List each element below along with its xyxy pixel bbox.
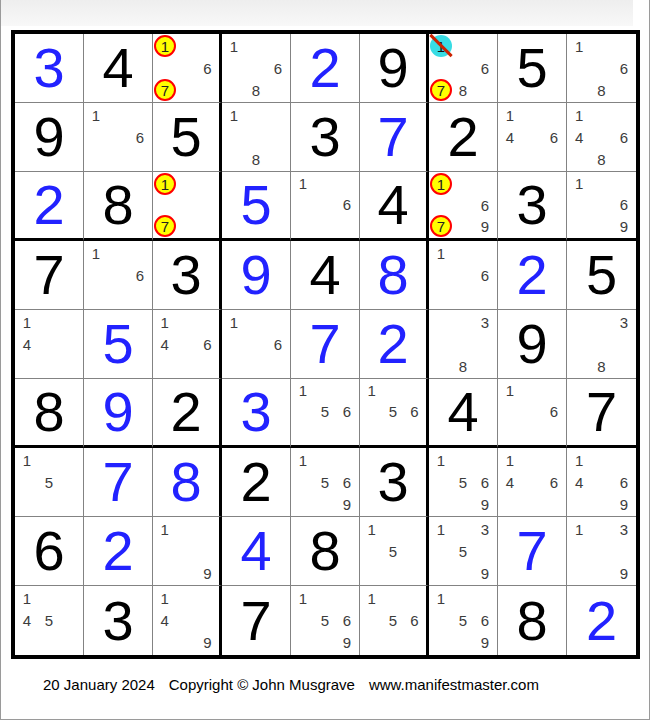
cell-r1c3[interactable]: 167 (153, 34, 222, 103)
candidate-9: 9 (336, 493, 358, 515)
cell-r2c9[interactable]: 1468 (567, 103, 636, 172)
pencil-marks: 169 (568, 173, 635, 237)
candidate-6: 6 (474, 264, 496, 286)
candidate-8: 8 (590, 148, 612, 170)
pencil-marks: 16 (85, 242, 151, 308)
cell-r3c6[interactable]: 4 (360, 172, 429, 241)
candidate-5: 5 (452, 471, 474, 493)
pencil-marks: 156 (292, 380, 358, 444)
pencil-marks: 168 (568, 35, 635, 101)
candidate-1: 1 (16, 311, 38, 333)
cell-r4c6[interactable]: 8 (360, 241, 429, 310)
candidate-1: 1 (16, 587, 38, 609)
given-digit: 4 (84, 34, 152, 102)
candidate-6: 6 (613, 126, 635, 148)
given-digit: 9 (15, 103, 83, 171)
candidate-1: 1 (154, 587, 175, 609)
candidate-6: 6 (336, 609, 358, 631)
cell-r4c7[interactable]: 16 (429, 241, 498, 310)
candidate-1: 1 (361, 380, 382, 401)
candidate-4: 4 (499, 471, 521, 493)
footer-date: 20 January 2024 (43, 676, 155, 693)
given-digit: 7 (222, 586, 290, 655)
pencil-marks: 1679 (430, 173, 496, 237)
cell-r3c7[interactable]: 1679 (429, 172, 498, 241)
cell-r5c5[interactable]: 7 (291, 310, 360, 379)
candidate-7-circled: 7 (430, 79, 452, 101)
cell-r3c8[interactable]: 3 (498, 172, 567, 241)
solved-digit: 2 (498, 241, 566, 309)
cell-r6c9[interactable]: 7 (567, 379, 636, 448)
candidate-5: 5 (382, 609, 403, 631)
solved-digit: 9 (222, 241, 290, 309)
pencil-marks: 168 (223, 35, 289, 101)
candidate-1: 1 (85, 242, 107, 264)
candidate-6: 6 (336, 194, 358, 215)
candidate-1-circled: 1 (154, 35, 176, 57)
sudoku-board: 3416716829167851689165183721461468281751… (11, 30, 640, 659)
given-digit: 5 (567, 241, 636, 309)
solved-digit: 2 (567, 586, 636, 655)
given-digit: 7 (567, 379, 636, 445)
cell-r4c1[interactable]: 7 (15, 241, 84, 310)
cell-r4c2[interactable]: 16 (84, 241, 153, 310)
candidate-1-circled: 1 (154, 173, 176, 195)
solved-digit: 7 (291, 310, 359, 378)
candidate-6: 6 (129, 126, 151, 148)
cell-r8c5[interactable]: 8 (291, 517, 360, 586)
given-digit: 9 (360, 34, 426, 102)
cell-r9c8[interactable]: 8 (498, 586, 567, 655)
given-digit: 5 (153, 103, 219, 171)
cell-r7c9[interactable]: 1469 (567, 448, 636, 517)
cell-r1c9[interactable]: 168 (567, 34, 636, 103)
candidate-5: 5 (38, 471, 60, 493)
candidate-1: 1 (430, 449, 452, 471)
cell-r1c6[interactable]: 9 (360, 34, 429, 103)
given-digit: 3 (291, 103, 359, 171)
candidate-1: 1 (223, 35, 245, 57)
candidate-9: 9 (474, 632, 496, 654)
candidate-1: 1 (361, 518, 382, 540)
cell-r5c7[interactable]: 38 (429, 310, 498, 379)
cell-r4c5[interactable]: 4 (291, 241, 360, 310)
pencil-marks: 149 (154, 587, 218, 654)
candidate-9: 9 (474, 562, 496, 584)
cell-r2c8[interactable]: 146 (498, 103, 567, 172)
solved-digit: 8 (153, 448, 219, 516)
pencil-marks: 1569 (292, 449, 358, 515)
candidate-1: 1 (223, 311, 245, 333)
candidate-6: 6 (404, 609, 425, 631)
candidate-1: 1 (430, 518, 452, 540)
given-digit: 4 (291, 241, 359, 309)
given-digit: 3 (153, 241, 219, 309)
candidate-4: 4 (154, 333, 175, 355)
pencil-marks: 146 (499, 449, 565, 515)
pencil-marks: 1359 (430, 518, 496, 584)
pencil-marks: 16 (223, 311, 289, 377)
candidate-1: 1 (499, 104, 521, 126)
candidate-9: 9 (613, 493, 635, 515)
solved-digit: 7 (84, 448, 152, 516)
candidate-1: 1 (292, 587, 314, 609)
pencil-marks: 1569 (292, 587, 358, 654)
footer: 20 January 2024 Copyright © John Musgrav… (43, 676, 539, 693)
candidate-6: 6 (129, 264, 151, 286)
cell-r8c6[interactable]: 15 (360, 517, 429, 586)
given-digit: 8 (15, 379, 83, 445)
candidate-5: 5 (38, 609, 60, 631)
candidate-1-circled: 1 (430, 173, 452, 195)
cell-r8c9[interactable]: 139 (567, 517, 636, 586)
candidate-1: 1 (499, 449, 521, 471)
candidate-3: 3 (474, 311, 496, 333)
candidate-8: 8 (590, 355, 612, 377)
pencil-marks: 16 (85, 104, 151, 170)
solved-digit: 8 (360, 241, 426, 309)
solved-digit: 2 (84, 517, 152, 585)
cell-r4c3[interactable]: 3 (153, 241, 222, 310)
pencil-marks: 1569 (430, 587, 496, 654)
cell-r7c1[interactable]: 15 (15, 448, 84, 517)
solved-digit: 9 (84, 379, 152, 445)
cell-r2c2[interactable]: 16 (84, 103, 153, 172)
candidate-6: 6 (267, 333, 289, 355)
cell-r9c9[interactable]: 2 (567, 586, 636, 655)
pencil-marks: 16 (499, 380, 565, 444)
cell-r7c2[interactable]: 7 (84, 448, 153, 517)
cell-r1c5[interactable]: 2 (291, 34, 360, 103)
cell-r1c2[interactable]: 4 (84, 34, 153, 103)
pencil-marks: 1678 (430, 35, 496, 101)
cell-r8c7[interactable]: 1359 (429, 517, 498, 586)
given-digit: 5 (498, 34, 566, 102)
cell-r6c3[interactable]: 2 (153, 379, 222, 448)
candidate-6: 6 (474, 195, 496, 215)
candidate-6: 6 (336, 471, 358, 493)
candidate-4: 4 (16, 333, 38, 355)
cell-r6c6[interactable]: 156 (360, 379, 429, 448)
candidate-1: 1 (292, 380, 314, 401)
cell-r2c3[interactable]: 5 (153, 103, 222, 172)
cell-r8c3[interactable]: 19 (153, 517, 222, 586)
candidate-1: 1 (154, 311, 175, 333)
candidate-3: 3 (474, 518, 496, 540)
pencil-marks: 15 (16, 449, 82, 515)
cell-r5c2[interactable]: 5 (84, 310, 153, 379)
candidate-3: 3 (613, 518, 635, 540)
candidate-1: 1 (430, 587, 452, 609)
candidate-1: 1 (292, 449, 314, 471)
candidate-7-circled: 7 (154, 215, 176, 237)
cell-r1c4[interactable]: 168 (222, 34, 291, 103)
cell-r3c1[interactable]: 2 (15, 172, 84, 241)
cell-r6c1[interactable]: 8 (15, 379, 84, 448)
candidate-9: 9 (197, 562, 218, 584)
candidate-6: 6 (267, 57, 289, 79)
cell-r3c3[interactable]: 17 (153, 172, 222, 241)
cell-r4c4[interactable]: 9 (222, 241, 291, 310)
pencil-marks: 16 (430, 242, 496, 308)
pencil-marks: 1569 (430, 449, 496, 515)
candidate-8: 8 (245, 79, 267, 101)
candidate-5: 5 (382, 540, 403, 562)
candidate-6: 6 (336, 401, 358, 422)
solved-digit: 7 (360, 103, 426, 171)
cell-r9c3[interactable]: 149 (153, 586, 222, 655)
solved-digit: 5 (84, 310, 152, 378)
cell-r5c1[interactable]: 14 (15, 310, 84, 379)
candidate-8: 8 (452, 355, 474, 377)
candidate-4: 4 (499, 126, 521, 148)
candidate-1: 1 (568, 518, 590, 540)
pencil-marks: 145 (16, 587, 82, 654)
cell-r9c5[interactable]: 1569 (291, 586, 360, 655)
candidate-4: 4 (568, 471, 590, 493)
cell-r5c6[interactable]: 2 (360, 310, 429, 379)
pencil-marks: 16 (292, 173, 358, 237)
cell-r9c7[interactable]: 1569 (429, 586, 498, 655)
cell-r7c6[interactable]: 3 (360, 448, 429, 517)
pencil-marks: 146 (499, 104, 565, 170)
candidate-5: 5 (314, 471, 336, 493)
candidate-5: 5 (452, 540, 474, 562)
candidate-6: 6 (543, 401, 565, 422)
candidate-1: 1 (85, 104, 107, 126)
solved-digit: 2 (360, 310, 426, 378)
cell-r2c6[interactable]: 7 (360, 103, 429, 172)
cell-r7c4[interactable]: 2 (222, 448, 291, 517)
candidate-1-eliminated: 1 (430, 35, 452, 57)
solved-digit: 5 (222, 172, 290, 238)
candidate-6: 6 (197, 57, 218, 79)
pencil-marks: 139 (568, 518, 635, 584)
candidate-1: 1 (223, 104, 245, 126)
cell-r9c2[interactable]: 3 (84, 586, 153, 655)
candidate-5: 5 (452, 609, 474, 631)
footer-copyright: Copyright © John Musgrave (169, 676, 355, 693)
candidate-6: 6 (474, 609, 496, 631)
candidate-8: 8 (245, 148, 267, 170)
cell-r8c1[interactable]: 6 (15, 517, 84, 586)
given-digit: 2 (429, 103, 497, 171)
pencil-marks: 38 (568, 311, 635, 377)
candidate-3: 3 (613, 311, 635, 333)
candidate-1: 1 (292, 173, 314, 194)
candidate-6: 6 (404, 401, 425, 422)
cell-r6c4[interactable]: 3 (222, 379, 291, 448)
given-digit: 6 (15, 517, 83, 585)
solved-digit: 2 (291, 34, 359, 102)
cell-r4c8[interactable]: 2 (498, 241, 567, 310)
cell-r7c7[interactable]: 1569 (429, 448, 498, 517)
given-digit: 2 (222, 448, 290, 516)
candidate-9: 9 (613, 562, 635, 584)
cell-r9c1[interactable]: 145 (15, 586, 84, 655)
cell-r4c9[interactable]: 5 (567, 241, 636, 310)
pencil-marks: 146 (154, 311, 218, 377)
solved-digit: 3 (15, 34, 83, 102)
cell-r7c8[interactable]: 146 (498, 448, 567, 517)
candidate-1: 1 (154, 518, 175, 540)
cell-r8c4[interactable]: 4 (222, 517, 291, 586)
pencil-marks: 156 (361, 587, 425, 654)
pencil-marks: 15 (361, 518, 425, 584)
given-digit: 4 (360, 172, 426, 238)
candidate-9: 9 (474, 215, 496, 237)
candidate-1: 1 (568, 104, 590, 126)
cell-r5c3[interactable]: 146 (153, 310, 222, 379)
candidate-1: 1 (568, 449, 590, 471)
given-digit: 7 (15, 241, 83, 309)
cell-r5c9[interactable]: 38 (567, 310, 636, 379)
solved-digit: 2 (15, 172, 83, 238)
cell-r5c4[interactable]: 16 (222, 310, 291, 379)
cell-r9c4[interactable]: 7 (222, 586, 291, 655)
cell-r8c2[interactable]: 2 (84, 517, 153, 586)
solved-digit: 3 (222, 379, 290, 445)
pencil-marks: 17 (154, 173, 218, 237)
candidate-9: 9 (197, 632, 218, 654)
pencil-marks: 156 (361, 380, 425, 444)
candidate-6: 6 (543, 126, 565, 148)
solved-digit: 7 (498, 517, 566, 585)
candidate-7-circled: 7 (154, 79, 176, 101)
candidate-7-circled: 7 (430, 215, 452, 237)
candidate-6: 6 (197, 333, 218, 355)
candidate-1: 1 (499, 380, 521, 401)
cell-r6c5[interactable]: 156 (291, 379, 360, 448)
cell-r6c8[interactable]: 16 (498, 379, 567, 448)
cell-r2c1[interactable]: 9 (15, 103, 84, 172)
candidate-1: 1 (430, 242, 452, 264)
given-digit: 3 (360, 448, 426, 516)
pencil-marks: 38 (430, 311, 496, 377)
candidate-6: 6 (543, 471, 565, 493)
pencil-marks: 19 (154, 518, 218, 584)
given-digit: 9 (498, 310, 566, 378)
candidate-1: 1 (568, 173, 590, 194)
candidate-5: 5 (314, 609, 336, 631)
candidate-4: 4 (154, 609, 175, 631)
cell-r1c1[interactable]: 3 (15, 34, 84, 103)
cell-r2c4[interactable]: 18 (222, 103, 291, 172)
candidate-1: 1 (361, 587, 382, 609)
candidate-6: 6 (613, 194, 635, 215)
cell-r3c2[interactable]: 8 (84, 172, 153, 241)
given-digit: 3 (84, 586, 152, 655)
pencil-marks: 14 (16, 311, 82, 377)
candidate-1: 1 (16, 449, 38, 471)
pencil-marks: 18 (223, 104, 289, 170)
candidate-6: 6 (613, 471, 635, 493)
given-digit: 2 (153, 379, 219, 445)
candidate-5: 5 (382, 401, 403, 422)
candidate-6: 6 (613, 57, 635, 79)
cell-r2c7[interactable]: 2 (429, 103, 498, 172)
cell-r5c8[interactable]: 9 (498, 310, 567, 379)
window-top-bar (1, 0, 633, 26)
cell-r1c8[interactable]: 5 (498, 34, 567, 103)
given-digit: 4 (429, 379, 497, 445)
cell-r6c2[interactable]: 9 (84, 379, 153, 448)
pencil-marks: 167 (154, 35, 218, 101)
candidate-4: 4 (16, 609, 38, 631)
candidate-6: 6 (474, 471, 496, 493)
cell-r7c3[interactable]: 8 (153, 448, 222, 517)
cell-r1c7[interactable]: 1678 (429, 34, 498, 103)
footer-website: www.manifestmaster.com (369, 676, 539, 693)
candidate-8: 8 (590, 79, 612, 101)
given-digit: 8 (84, 172, 152, 238)
cell-r3c9[interactable]: 169 (567, 172, 636, 241)
cell-r7c5[interactable]: 1569 (291, 448, 360, 517)
given-digit: 8 (498, 586, 566, 655)
cell-r6c7[interactable]: 4 (429, 379, 498, 448)
pencil-marks: 1469 (568, 449, 635, 515)
candidate-1: 1 (568, 35, 590, 57)
candidate-9: 9 (474, 493, 496, 515)
candidate-9: 9 (613, 216, 635, 237)
cell-r3c5[interactable]: 16 (291, 172, 360, 241)
given-digit: 8 (291, 517, 359, 585)
candidate-5: 5 (314, 401, 336, 422)
cell-r2c5[interactable]: 3 (291, 103, 360, 172)
cell-r3c4[interactable]: 5 (222, 172, 291, 241)
cell-r9c6[interactable]: 156 (360, 586, 429, 655)
pencil-marks: 1468 (568, 104, 635, 170)
candidate-8: 8 (452, 79, 474, 101)
cell-r8c8[interactable]: 7 (498, 517, 567, 586)
given-digit: 3 (498, 172, 566, 238)
solved-digit: 4 (222, 517, 290, 585)
candidate-4: 4 (568, 126, 590, 148)
candidate-9: 9 (336, 632, 358, 654)
candidate-6: 6 (474, 57, 496, 79)
